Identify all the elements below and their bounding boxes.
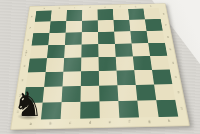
coordinate-label: 1: [178, 102, 185, 114]
square[interactable]: [136, 85, 157, 101]
file-labels-bottom: abcdefgh: [20, 118, 179, 127]
square[interactable]: [44, 72, 63, 87]
square[interactable]: [98, 32, 115, 45]
square[interactable]: [82, 20, 98, 32]
square[interactable]: [82, 32, 99, 45]
square[interactable]: [98, 9, 114, 20]
square[interactable]: [117, 70, 136, 85]
square[interactable]: [61, 102, 81, 119]
coordinate-label: 8: [161, 10, 167, 17]
square[interactable]: [33, 21, 50, 33]
coordinate-label: d: [85, 6, 96, 8]
square[interactable]: [46, 58, 65, 72]
coordinate-label: b: [54, 7, 65, 9]
coordinate-label: a: [39, 7, 50, 9]
square[interactable]: [80, 101, 100, 118]
coordinate-label: f: [115, 6, 126, 8]
square[interactable]: [99, 101, 119, 118]
photo-scene: abcdefgh 87654321 87654321 abcdefgh ····…: [0, 0, 200, 134]
coordinate-label: 7: [27, 24, 32, 32]
square[interactable]: [48, 33, 65, 46]
square[interactable]: [28, 58, 47, 72]
square[interactable]: [35, 10, 52, 21]
square[interactable]: [143, 8, 160, 19]
square[interactable]: [99, 57, 117, 71]
square[interactable]: [66, 10, 82, 21]
square[interactable]: [81, 71, 99, 86]
square[interactable]: [118, 101, 139, 118]
square[interactable]: [134, 70, 154, 85]
coordinate-label: 6: [165, 32, 171, 40]
coordinate-label: e: [100, 6, 111, 8]
square[interactable]: [116, 56, 135, 70]
square[interactable]: [98, 20, 114, 32]
coordinate-label: 2: [175, 86, 182, 97]
square[interactable]: [81, 57, 99, 71]
square[interactable]: [63, 58, 81, 72]
square[interactable]: [114, 31, 131, 44]
coordinate-label: 6: [25, 35, 31, 43]
square[interactable]: [128, 9, 145, 20]
square[interactable]: [132, 43, 150, 56]
coordinate-label: c: [69, 7, 80, 9]
coordinate-label: b: [43, 122, 57, 126]
square[interactable]: [145, 19, 163, 31]
square[interactable]: [49, 21, 66, 33]
square[interactable]: [150, 56, 170, 70]
square[interactable]: [147, 31, 165, 44]
square[interactable]: [148, 43, 167, 56]
black-knight[interactable]: ♞: [13, 87, 43, 121]
square[interactable]: [133, 56, 152, 70]
coordinate-label: 4: [170, 58, 177, 67]
coordinate-label: e: [103, 120, 117, 124]
square[interactable]: [117, 85, 137, 101]
square[interactable]: [41, 102, 62, 119]
square[interactable]: [81, 86, 100, 102]
coordinate-label: g: [142, 120, 156, 124]
coordinate-label: 8: [29, 13, 34, 21]
coordinate-label: g: [130, 5, 141, 7]
coordinate-label: d: [83, 121, 97, 125]
square[interactable]: [113, 9, 129, 20]
coordinate-label: h: [162, 119, 176, 123]
square[interactable]: [129, 19, 146, 31]
square[interactable]: [156, 100, 178, 117]
square[interactable]: [47, 45, 65, 58]
square[interactable]: [99, 85, 118, 101]
square[interactable]: [98, 44, 115, 57]
square[interactable]: [137, 100, 158, 117]
coordinate-label: f: [123, 120, 137, 124]
square[interactable]: [113, 20, 130, 32]
square[interactable]: [130, 31, 148, 44]
square[interactable]: [154, 84, 175, 100]
coordinate-label: 7: [163, 21, 169, 29]
coordinate-label: h: [145, 5, 156, 7]
square[interactable]: [99, 71, 118, 86]
square[interactable]: [65, 32, 82, 45]
coordinate-label: 5: [167, 45, 173, 54]
coordinate-label: 4: [21, 61, 27, 71]
square[interactable]: [51, 10, 67, 21]
square[interactable]: [82, 9, 98, 20]
coordinate-label: 3: [172, 72, 179, 82]
coordinate-label: c: [63, 121, 77, 125]
square[interactable]: [66, 21, 82, 33]
square[interactable]: [115, 43, 133, 56]
square[interactable]: [64, 45, 81, 58]
edge-print: ····: [23, 50, 28, 57]
square[interactable]: [81, 44, 98, 57]
square[interactable]: [32, 33, 50, 46]
square[interactable]: [152, 69, 172, 84]
square[interactable]: [30, 45, 48, 58]
square[interactable]: [62, 86, 81, 102]
board-grid: [21, 8, 178, 120]
square[interactable]: [43, 86, 63, 102]
square[interactable]: [62, 71, 81, 86]
